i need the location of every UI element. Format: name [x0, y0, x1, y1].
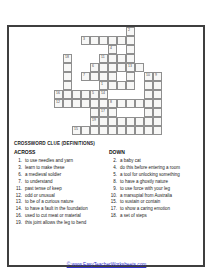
grid-cell[interactable]	[99, 36, 108, 45]
grid-cell[interactable]	[135, 117, 144, 126]
grid-cell[interactable]	[117, 36, 126, 45]
grid-cell[interactable]	[117, 117, 126, 126]
grid-cell[interactable]	[117, 126, 126, 135]
down-clue-item: 5.a tool for unlocking something	[109, 172, 201, 179]
across-clue-item: 16.used to cut meat or material	[14, 213, 106, 220]
across-clue-item: 3.learn to make these	[14, 165, 106, 172]
grid-cell-number: 2	[128, 28, 130, 32]
grid-cell[interactable]: 2	[126, 27, 135, 36]
grid-cell[interactable]: 8	[108, 99, 117, 108]
down-clue-list: 2.a baby cat4.do this before entering a …	[109, 158, 201, 220]
grid-cell-number: 6	[92, 64, 94, 68]
grid-cell[interactable]: 11	[99, 54, 108, 63]
grid-cell[interactable]	[90, 108, 99, 117]
grid-cell[interactable]	[99, 117, 108, 126]
grid-cell-number: 19	[92, 118, 96, 122]
grid-cell[interactable]: 7	[81, 72, 90, 81]
grid-cell[interactable]	[72, 90, 81, 99]
down-clue-item: 18.a set of steps	[109, 213, 201, 220]
clue-text: a set of steps	[120, 213, 147, 220]
across-clues-column: ACROSS 1.to use needles and yarn3.learn …	[14, 149, 106, 227]
clues-section-title: CROSSWORD CLUE (DEFINITIONS)	[14, 141, 95, 146]
grid-cell-number: 11	[101, 55, 105, 59]
grid-cell[interactable]	[108, 117, 117, 126]
grid-cell[interactable]: 10	[144, 72, 153, 81]
grid-cell[interactable]	[144, 117, 153, 126]
grid-cell-number: 15	[74, 127, 78, 131]
clue-text: to understand	[25, 179, 53, 186]
grid-cell[interactable]	[144, 81, 153, 90]
grid-cell-number: 13	[128, 64, 132, 68]
down-clue-item: 4.do this before entering a room	[109, 165, 201, 172]
grid-cell[interactable]: 1	[99, 81, 108, 90]
clue-text: a marsupial from Australia	[120, 193, 172, 200]
clue-text: this joint allows the leg to bend	[25, 220, 86, 227]
grid-cell[interactable]: 15	[72, 126, 81, 135]
clue-number: 13.	[14, 199, 22, 206]
grid-cell[interactable]: 18	[63, 54, 72, 63]
grid-cell[interactable]	[144, 99, 153, 108]
grid-cell[interactable]: 19	[90, 117, 99, 126]
grid-cell-number: 5	[92, 91, 94, 95]
clue-number: 5.	[109, 172, 117, 179]
clue-number: 8.	[109, 179, 117, 186]
grid-cell[interactable]	[117, 99, 126, 108]
grid-cell[interactable]: 12	[54, 99, 63, 108]
down-clue-item: 17.to show a caring emotion	[109, 206, 201, 213]
grid-cell-number: 12	[56, 100, 60, 104]
clue-number: 17.	[109, 206, 117, 213]
grid-cell[interactable]	[126, 99, 135, 108]
grid-cell[interactable]	[81, 126, 90, 135]
grid-cell[interactable]	[126, 72, 135, 81]
across-clue-item: 13.to be of a curious nature	[14, 199, 106, 206]
grid-cell-number: 8	[110, 100, 112, 104]
clue-number: 1.	[14, 158, 22, 165]
clue-text: to sustain or contain	[120, 199, 160, 206]
across-clue-item: 6.a medieval soldier	[14, 172, 106, 179]
down-clue-item: 8.to have a ghostly nature	[109, 179, 201, 186]
clue-number: 18.	[109, 213, 117, 220]
clue-text: to be of a curious nature	[25, 199, 74, 206]
grid-cell[interactable]	[63, 81, 72, 90]
grid-cell[interactable]	[108, 81, 117, 90]
grid-cell-number: 9	[155, 73, 157, 77]
grid-cell[interactable]	[153, 99, 162, 108]
clue-number: 14.	[14, 206, 22, 213]
grid-cell[interactable]	[108, 72, 117, 81]
grid-cell-number: 14	[101, 91, 105, 95]
grid-cell[interactable]	[90, 72, 99, 81]
clue-text: to show a caring emotion	[120, 206, 170, 213]
grid-cell[interactable]	[99, 63, 108, 72]
down-clue-item: 10.a marsupial from Australia	[109, 193, 201, 200]
grid-cell[interactable]	[153, 81, 162, 90]
across-clue-item: 11.past tense of keep	[14, 186, 106, 193]
grid-cell-number: 7	[83, 73, 85, 77]
down-clue-item: 15.to sustain or contain	[109, 199, 201, 206]
clue-number: 2.	[109, 158, 117, 165]
easyteacherworksheets-link[interactable]: © www.EasyTeacherWorksheets.com	[67, 262, 147, 267]
grid-cell[interactable]: 14	[99, 90, 108, 99]
across-clue-item: 1.to use needles and yarn	[14, 158, 106, 165]
grid-cell[interactable]: 9	[153, 72, 162, 81]
down-heading: DOWN	[109, 149, 201, 155]
grid-cell-number: 18	[65, 55, 69, 59]
clue-text: a tool for unlocking something	[120, 172, 180, 179]
grid-cell[interactable]	[90, 99, 99, 108]
grid-cell-number: 16	[56, 91, 60, 95]
clue-number: 4.	[109, 165, 117, 172]
grid-cell[interactable]	[90, 36, 99, 45]
across-clue-item: 7.to understand	[14, 179, 106, 186]
clue-text: learn to make these	[25, 165, 65, 172]
clue-text: to have a ghostly nature	[120, 179, 168, 186]
grid-cell[interactable]: 4	[108, 45, 117, 54]
grid-cell[interactable]	[108, 36, 117, 45]
clue-number: 3.	[14, 165, 22, 172]
grid-cell[interactable]	[72, 99, 81, 108]
grid-cell[interactable]	[63, 63, 72, 72]
grid-cell[interactable]	[153, 90, 162, 99]
clue-text: used to cut meat or material	[25, 213, 81, 220]
grid-cell[interactable]	[144, 126, 153, 135]
grid-cell[interactable]	[108, 126, 117, 135]
clue-text: past tense of keep	[25, 186, 62, 193]
grid-cell[interactable]: 3	[81, 36, 90, 45]
across-heading: ACROSS	[14, 149, 106, 155]
grid-cell[interactable]	[126, 126, 135, 135]
grid-cell[interactable]	[108, 63, 117, 72]
grid-cell-number: 10	[146, 73, 150, 77]
grid-cell[interactable]: 5	[90, 90, 99, 99]
across-clue-item: 14.to have a fault in the foundation	[14, 206, 106, 213]
grid-cell[interactable]	[126, 54, 135, 63]
clue-text: a baby cat	[120, 158, 141, 165]
clue-text: to use needles and yarn	[25, 158, 73, 165]
grid-cell[interactable]	[153, 108, 162, 117]
clue-number: 9.	[109, 186, 117, 193]
grid-cell-number: 4	[110, 46, 112, 50]
grid-cell[interactable]: 6	[90, 63, 99, 72]
grid-cell[interactable]	[135, 126, 144, 135]
grid-cell[interactable]	[63, 90, 72, 99]
grid-cell[interactable]: 13	[126, 63, 135, 72]
clue-number: 16.	[14, 213, 22, 220]
grid-cell[interactable]	[99, 99, 108, 108]
clue-text: to have a fault in the foundation	[25, 206, 88, 213]
clue-number: 10.	[109, 193, 117, 200]
clue-text: to use force with your leg	[120, 186, 170, 193]
clue-text: a medieval soldier	[25, 172, 61, 179]
grid-cell[interactable]	[90, 126, 99, 135]
crossword-grid: 23418116137109116514128171915	[54, 27, 162, 135]
grid-cell[interactable]	[81, 99, 90, 108]
grid-cell[interactable]	[63, 99, 72, 108]
grid-cell[interactable]	[153, 117, 162, 126]
grid-cell[interactable]	[108, 108, 117, 117]
grid-cell[interactable]	[99, 126, 108, 135]
across-clue-item: 12.odd or unusual	[14, 193, 106, 200]
grid-cell[interactable]	[144, 108, 153, 117]
grid-cell[interactable]	[117, 54, 126, 63]
down-clue-item: 2.a baby cat	[109, 158, 201, 165]
clue-number: 7.	[14, 179, 22, 186]
grid-cell[interactable]	[144, 90, 153, 99]
grid-cell[interactable]	[126, 45, 135, 54]
grid-cell[interactable]	[126, 36, 135, 45]
footer: © www.EasyTeacherWorksheets.com	[0, 252, 213, 270]
clue-text: odd or unusual	[25, 193, 55, 200]
grid-cell[interactable]	[63, 72, 72, 81]
grid-cell[interactable]	[153, 126, 162, 135]
grid-cell[interactable]	[117, 63, 126, 72]
grid-cell[interactable]: 16	[54, 90, 63, 99]
clue-text: do this before entering a room	[120, 165, 180, 172]
down-clues-column: DOWN 2.a baby cat4.do this before enteri…	[109, 149, 201, 220]
grid-cell[interactable]	[81, 90, 90, 99]
grid-cell[interactable]: 17	[99, 108, 108, 117]
clue-number: 6.	[14, 172, 22, 179]
grid-cell[interactable]	[135, 63, 144, 72]
clue-number: 15.	[109, 199, 117, 206]
grid-cell[interactable]	[126, 117, 135, 126]
grid-cell[interactable]	[135, 99, 144, 108]
grid-cell-number: 17	[101, 109, 105, 113]
grid-cell-number: 1	[101, 82, 103, 86]
clue-number: 11.	[14, 186, 22, 193]
grid-cell-number: 3	[83, 37, 85, 41]
grid-cell[interactable]	[117, 81, 126, 90]
across-clue-item: 19.this joint allows the leg to bend	[14, 220, 106, 227]
grid-cell[interactable]	[126, 81, 135, 90]
clue-number: 12.	[14, 193, 22, 200]
grid-cell[interactable]	[99, 72, 108, 81]
across-clue-list: 1.to use needles and yarn3.learn to make…	[14, 158, 106, 227]
grid-cell[interactable]	[108, 54, 117, 63]
clue-number: 19.	[14, 220, 22, 227]
down-clue-item: 9.to use force with your leg	[109, 186, 201, 193]
